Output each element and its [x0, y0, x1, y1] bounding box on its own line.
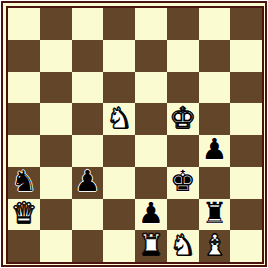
black-king-piece[interactable]: ♚	[170, 167, 196, 196]
square-d7[interactable]	[103, 40, 135, 72]
square-g7[interactable]	[199, 40, 231, 72]
square-g1[interactable]: ♝	[199, 230, 231, 262]
square-f2[interactable]	[167, 199, 199, 231]
square-c5[interactable]	[72, 103, 104, 135]
white-queen-piece[interactable]: ♛	[11, 199, 37, 228]
square-h1[interactable]	[230, 230, 262, 262]
square-c2[interactable]	[72, 199, 104, 231]
square-g6[interactable]	[199, 72, 231, 104]
square-d4[interactable]	[103, 135, 135, 167]
square-g3[interactable]	[199, 167, 231, 199]
square-b1[interactable]	[40, 230, 72, 262]
square-a5[interactable]	[8, 103, 40, 135]
square-e2[interactable]: ♟	[135, 199, 167, 231]
white-king-piece[interactable]: ♚	[170, 104, 196, 133]
square-h5[interactable]	[230, 103, 262, 135]
square-a2[interactable]: ♛	[8, 199, 40, 231]
square-d6[interactable]	[103, 72, 135, 104]
square-a7[interactable]	[8, 40, 40, 72]
square-e3[interactable]	[135, 167, 167, 199]
square-e6[interactable]	[135, 72, 167, 104]
white-rook-piece[interactable]: ♜	[138, 231, 164, 260]
board-grid: ♞♚♟♞♟♚♛♟♜♜♞♝	[8, 8, 262, 262]
square-f6[interactable]	[167, 72, 199, 104]
square-b7[interactable]	[40, 40, 72, 72]
square-b2[interactable]	[40, 199, 72, 231]
square-h7[interactable]	[230, 40, 262, 72]
square-f1[interactable]: ♞	[167, 230, 199, 262]
square-c1[interactable]	[72, 230, 104, 262]
square-e8[interactable]	[135, 8, 167, 40]
square-b4[interactable]	[40, 135, 72, 167]
square-d5[interactable]: ♞	[103, 103, 135, 135]
square-c7[interactable]	[72, 40, 104, 72]
square-c6[interactable]	[72, 72, 104, 104]
square-f7[interactable]	[167, 40, 199, 72]
white-bishop-piece[interactable]: ♝	[201, 231, 227, 260]
black-rook-piece[interactable]: ♜	[201, 199, 227, 228]
square-f5[interactable]: ♚	[167, 103, 199, 135]
square-e1[interactable]: ♜	[135, 230, 167, 262]
square-h8[interactable]	[230, 8, 262, 40]
square-d2[interactable]	[103, 199, 135, 231]
square-g2[interactable]: ♜	[199, 199, 231, 231]
square-e7[interactable]	[135, 40, 167, 72]
square-f4[interactable]	[167, 135, 199, 167]
square-b3[interactable]	[40, 167, 72, 199]
square-c4[interactable]	[72, 135, 104, 167]
black-pawn-piece[interactable]: ♟	[138, 199, 164, 228]
square-f3[interactable]: ♚	[167, 167, 199, 199]
square-e5[interactable]	[135, 103, 167, 135]
square-d1[interactable]	[103, 230, 135, 262]
square-b5[interactable]	[40, 103, 72, 135]
square-b8[interactable]	[40, 8, 72, 40]
white-knight-piece[interactable]: ♞	[106, 104, 132, 133]
square-d3[interactable]	[103, 167, 135, 199]
square-g8[interactable]	[199, 8, 231, 40]
black-knight-piece[interactable]: ♞	[11, 167, 37, 196]
square-a6[interactable]	[8, 72, 40, 104]
square-a3[interactable]: ♞	[8, 167, 40, 199]
black-pawn-piece[interactable]: ♟	[74, 167, 100, 196]
square-a4[interactable]	[8, 135, 40, 167]
square-a1[interactable]	[8, 230, 40, 262]
chess-board: ♞♚♟♞♟♚♛♟♜♜♞♝	[0, 0, 268, 268]
white-knight-piece[interactable]: ♞	[170, 231, 196, 260]
square-e4[interactable]	[135, 135, 167, 167]
square-h3[interactable]	[230, 167, 262, 199]
square-f8[interactable]	[167, 8, 199, 40]
square-h4[interactable]	[230, 135, 262, 167]
square-c3[interactable]: ♟	[72, 167, 104, 199]
square-h6[interactable]	[230, 72, 262, 104]
square-d8[interactable]	[103, 8, 135, 40]
square-c8[interactable]	[72, 8, 104, 40]
square-g5[interactable]	[199, 103, 231, 135]
square-a8[interactable]	[8, 8, 40, 40]
square-g4[interactable]: ♟	[199, 135, 231, 167]
square-b6[interactable]	[40, 72, 72, 104]
square-h2[interactable]	[230, 199, 262, 231]
black-pawn-piece[interactable]: ♟	[201, 135, 227, 164]
